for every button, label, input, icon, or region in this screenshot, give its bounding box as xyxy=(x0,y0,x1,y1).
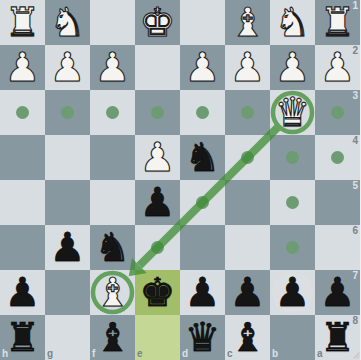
rank-label-2: 2 xyxy=(352,46,358,56)
board-resize-handle[interactable] xyxy=(351,350,360,359)
square-d7[interactable]: ♟ xyxy=(180,270,225,315)
square-g1[interactable]: ♞ xyxy=(45,0,90,45)
square-e8[interactable]: e xyxy=(135,315,180,360)
square-c7[interactable]: ♟ xyxy=(225,270,270,315)
move-hint-g3[interactable] xyxy=(61,106,74,119)
piece-black-pawn-b7[interactable]: ♟ xyxy=(270,270,315,315)
square-h2[interactable]: ♟ xyxy=(0,45,45,90)
move-hint-c3[interactable] xyxy=(241,106,254,119)
piece-white-pawn-g2[interactable]: ♟ xyxy=(45,45,90,90)
square-b1[interactable]: ♞ xyxy=(270,0,315,45)
square-c8[interactable]: c♝ xyxy=(225,315,270,360)
file-label-e: e xyxy=(137,349,143,359)
square-g4[interactable] xyxy=(45,135,90,180)
piece-black-pawn-e5[interactable]: ♟ xyxy=(135,180,180,225)
move-hint-b6[interactable] xyxy=(286,241,299,254)
chess-board[interactable]: ♜♞♚♝♞1♜♟♟♟♟♟♟2♟♛3♟♞4♟5♟♞6♟♝♚♟♟♟7♟h♜gf♝ed… xyxy=(0,0,360,360)
square-e1[interactable]: ♚ xyxy=(135,0,180,45)
square-f1[interactable] xyxy=(90,0,135,45)
piece-white-pawn-d2[interactable]: ♟ xyxy=(180,45,225,90)
move-hint-h3[interactable] xyxy=(16,106,29,119)
piece-white-knight-b1[interactable]: ♞ xyxy=(270,0,315,45)
piece-black-knight-d4[interactable]: ♞ xyxy=(180,135,225,180)
piece-black-pawn-d7[interactable]: ♟ xyxy=(180,270,225,315)
square-a7[interactable]: 7♟ xyxy=(315,270,360,315)
piece-white-king-e1[interactable]: ♚ xyxy=(135,0,180,45)
square-f6[interactable]: ♞ xyxy=(90,225,135,270)
square-h8[interactable]: h♜ xyxy=(0,315,45,360)
piece-white-pawn-h2[interactable]: ♟ xyxy=(0,45,45,90)
file-label-h: h xyxy=(2,349,8,359)
square-f7[interactable]: ♝ xyxy=(90,270,135,315)
piece-black-pawn-c7[interactable]: ♟ xyxy=(225,270,270,315)
square-b7[interactable]: ♟ xyxy=(270,270,315,315)
square-f4[interactable] xyxy=(90,135,135,180)
piece-white-pawn-e4[interactable]: ♟ xyxy=(135,135,180,180)
square-g3[interactable] xyxy=(45,90,90,135)
square-f5[interactable] xyxy=(90,180,135,225)
piece-white-rook-h1[interactable]: ♜ xyxy=(0,0,45,45)
square-g6[interactable]: ♟ xyxy=(45,225,90,270)
move-hint-d5[interactable] xyxy=(196,196,209,209)
square-d4[interactable]: ♞ xyxy=(180,135,225,180)
file-label-a: a xyxy=(317,349,323,359)
square-d1[interactable] xyxy=(180,0,225,45)
square-b4[interactable] xyxy=(270,135,315,180)
piece-white-pawn-c2[interactable]: ♟ xyxy=(225,45,270,90)
square-b6[interactable] xyxy=(270,225,315,270)
square-d3[interactable] xyxy=(180,90,225,135)
square-d2[interactable]: ♟ xyxy=(180,45,225,90)
move-hint-e6[interactable] xyxy=(151,241,164,254)
square-a5[interactable]: 5 xyxy=(315,180,360,225)
square-f3[interactable] xyxy=(90,90,135,135)
rank-label-4: 4 xyxy=(352,136,358,146)
move-hint-b5[interactable] xyxy=(286,196,299,209)
square-c4[interactable] xyxy=(225,135,270,180)
square-a1[interactable]: 1♜ xyxy=(315,0,360,45)
move-hint-c4[interactable] xyxy=(241,151,254,164)
square-e7[interactable]: ♚ xyxy=(135,270,180,315)
rank-label-1: 1 xyxy=(352,1,358,11)
rank-label-8: 8 xyxy=(352,316,358,326)
piece-black-knight-f6[interactable]: ♞ xyxy=(90,225,135,270)
rank-label-7: 7 xyxy=(352,271,358,281)
square-g8[interactable]: g xyxy=(45,315,90,360)
move-hint-a3[interactable] xyxy=(331,106,344,119)
square-e3[interactable] xyxy=(135,90,180,135)
square-b5[interactable] xyxy=(270,180,315,225)
square-f2[interactable]: ♟ xyxy=(90,45,135,90)
file-label-f: f xyxy=(92,349,95,359)
piece-black-king-e7[interactable]: ♚ xyxy=(135,270,180,315)
piece-white-bishop-c1[interactable]: ♝ xyxy=(225,0,270,45)
square-h5[interactable] xyxy=(0,180,45,225)
move-hint-a4[interactable] xyxy=(331,151,344,164)
square-h4[interactable] xyxy=(0,135,45,180)
square-a6[interactable]: 6 xyxy=(315,225,360,270)
piece-white-pawn-b2[interactable]: ♟ xyxy=(270,45,315,90)
piece-black-pawn-h7[interactable]: ♟ xyxy=(0,270,45,315)
square-g2[interactable]: ♟ xyxy=(45,45,90,90)
piece-black-pawn-g6[interactable]: ♟ xyxy=(45,225,90,270)
move-hint-d3[interactable] xyxy=(196,106,209,119)
square-c3[interactable] xyxy=(225,90,270,135)
piece-white-bishop-f7[interactable]: ♝ xyxy=(90,270,135,315)
square-h1[interactable]: ♜ xyxy=(0,0,45,45)
square-c5[interactable] xyxy=(225,180,270,225)
move-hint-e3[interactable] xyxy=(151,106,164,119)
rank-label-6: 6 xyxy=(352,226,358,236)
square-e6[interactable] xyxy=(135,225,180,270)
square-c6[interactable] xyxy=(225,225,270,270)
square-e5[interactable]: ♟ xyxy=(135,180,180,225)
piece-white-queen-b3[interactable]: ♛ xyxy=(270,90,315,135)
rank-label-3: 3 xyxy=(352,91,358,101)
square-h7[interactable]: ♟ xyxy=(0,270,45,315)
square-g5[interactable] xyxy=(45,180,90,225)
piece-black-bishop-f8[interactable]: ♝ xyxy=(90,315,135,360)
piece-white-pawn-f2[interactable]: ♟ xyxy=(90,45,135,90)
file-label-b: b xyxy=(272,349,278,359)
square-e2[interactable] xyxy=(135,45,180,90)
square-b2[interactable]: ♟ xyxy=(270,45,315,90)
file-label-c: c xyxy=(227,349,233,359)
square-e4[interactable]: ♟ xyxy=(135,135,180,180)
square-c2[interactable]: ♟ xyxy=(225,45,270,90)
square-d5[interactable] xyxy=(180,180,225,225)
square-f8[interactable]: f♝ xyxy=(90,315,135,360)
rank-label-5: 5 xyxy=(352,181,358,191)
square-g7[interactable] xyxy=(45,270,90,315)
square-h3[interactable] xyxy=(0,90,45,135)
move-hint-b4[interactable] xyxy=(286,151,299,164)
square-a3[interactable]: 3 xyxy=(315,90,360,135)
square-b3[interactable]: ♛ xyxy=(270,90,315,135)
square-a2[interactable]: 2♟ xyxy=(315,45,360,90)
square-c1[interactable]: ♝ xyxy=(225,0,270,45)
square-d6[interactable] xyxy=(180,225,225,270)
square-a4[interactable]: 4 xyxy=(315,135,360,180)
move-hint-f3[interactable] xyxy=(106,106,119,119)
square-d8[interactable]: d♛ xyxy=(180,315,225,360)
square-b8[interactable]: b xyxy=(270,315,315,360)
piece-white-knight-g1[interactable]: ♞ xyxy=(45,0,90,45)
file-label-d: d xyxy=(182,349,188,359)
file-label-g: g xyxy=(47,349,53,359)
chess-board-widget: ♜♞♚♝♞1♜♟♟♟♟♟♟2♟♛3♟♞4♟5♟♞6♟♝♚♟♟♟7♟h♜gf♝ed… xyxy=(0,0,361,360)
square-h6[interactable] xyxy=(0,225,45,270)
